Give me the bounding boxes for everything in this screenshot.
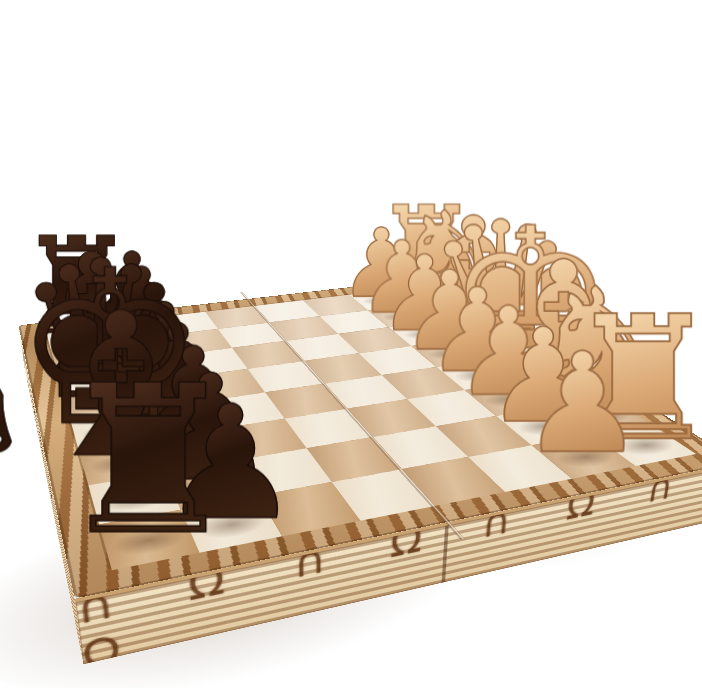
piece-white-pawn: ♟ <box>521 334 645 472</box>
product-photo: ♜♟♟♜♞♟♟♞♝♟♟♝♛♟♟♛♚♟♟♚♝♟♟♝♞♟♟♞♜♟♟♜ ∩ Ω ∩ Ω… <box>0 0 702 688</box>
piece-black-knight: ♞ <box>0 321 44 522</box>
square-h8: ♜ <box>99 510 199 571</box>
piece-black-rook: ♜ <box>56 358 240 563</box>
square-e4 <box>325 375 408 409</box>
